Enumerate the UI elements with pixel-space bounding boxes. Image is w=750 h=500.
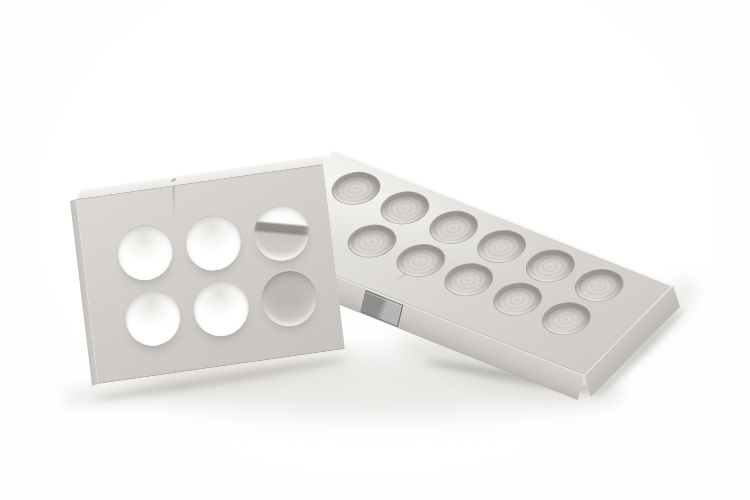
photo-scene: [0, 0, 750, 500]
through-hole: [190, 277, 251, 339]
through-hole-showing-board-surface: [258, 268, 319, 330]
pit-hole: [322, 166, 390, 211]
pit-hole: [371, 185, 439, 230]
pit-hole: [484, 277, 552, 322]
pit-hole: [338, 219, 406, 264]
through-hole-showing-board-edge: [251, 202, 312, 264]
through-hole: [114, 221, 175, 283]
marble-speck: [170, 178, 177, 182]
pit-hole: [532, 296, 600, 341]
pit-hole: [565, 263, 633, 308]
upright-board-front: [76, 164, 345, 384]
through-hole: [182, 212, 243, 274]
through-hole: [122, 287, 183, 349]
hole-grid-2x3: [76, 165, 345, 385]
pit-hole: [516, 244, 584, 289]
